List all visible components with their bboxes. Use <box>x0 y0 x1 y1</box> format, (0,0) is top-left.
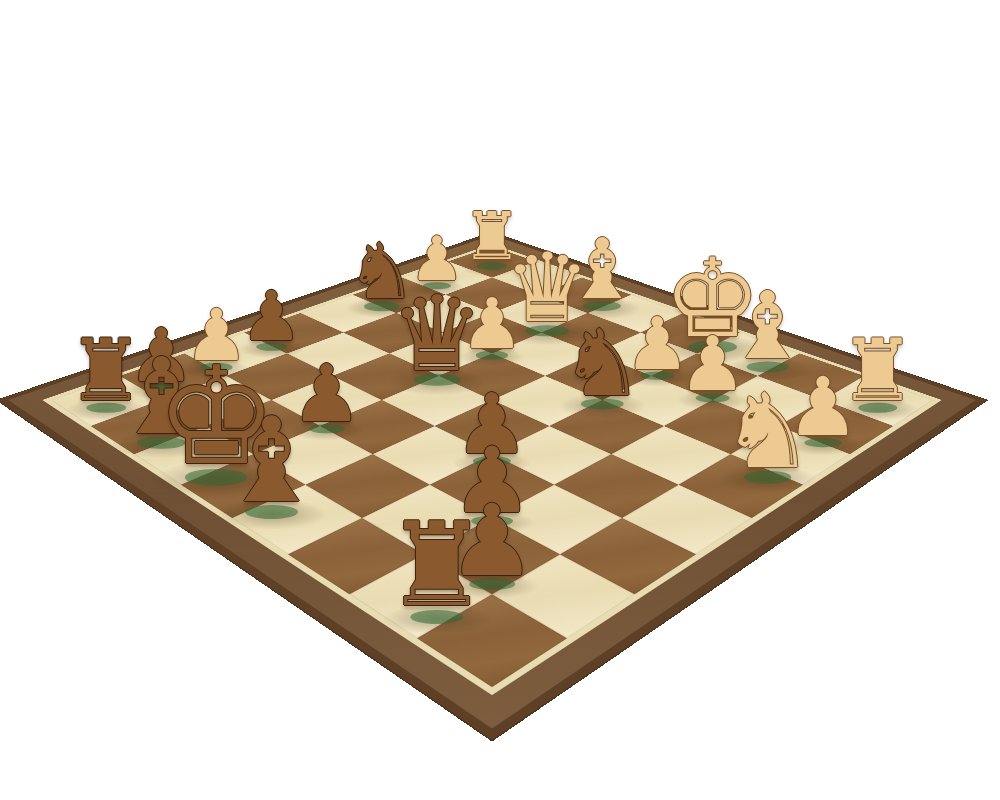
piece-black-knight-e3[interactable]: ♞ <box>561 317 644 409</box>
piece-black-queen-c4[interactable]: ♛ <box>390 282 483 386</box>
piece-white-knight-h3[interactable]: ♞ <box>721 380 814 484</box>
piece-black-rook-g8[interactable]: ♜ <box>385 508 489 624</box>
product-photo-scene: ♚♛♜♜♝♝♞♟♟♟♟♟♟♚♛♜♜♝♝♞♞♟♟♟♟♟♟ <box>0 0 1000 800</box>
piece-black-bishop-d8[interactable]: ♝ <box>219 402 324 519</box>
